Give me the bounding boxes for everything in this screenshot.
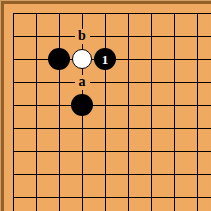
numbered-black-stone[interactable]: 1 xyxy=(94,48,116,70)
point-label-b[interactable]: b xyxy=(75,29,90,44)
board-grid: 1ab xyxy=(2,2,209,209)
board-surface: 1ab xyxy=(4,4,211,211)
black-stone[interactable] xyxy=(71,94,93,116)
black-stone[interactable] xyxy=(48,48,70,70)
move-number-label: 1 xyxy=(102,52,109,65)
go-diagram: 1ab xyxy=(0,0,211,211)
point-label-a[interactable]: a xyxy=(75,75,90,90)
white-stone[interactable] xyxy=(72,49,92,69)
